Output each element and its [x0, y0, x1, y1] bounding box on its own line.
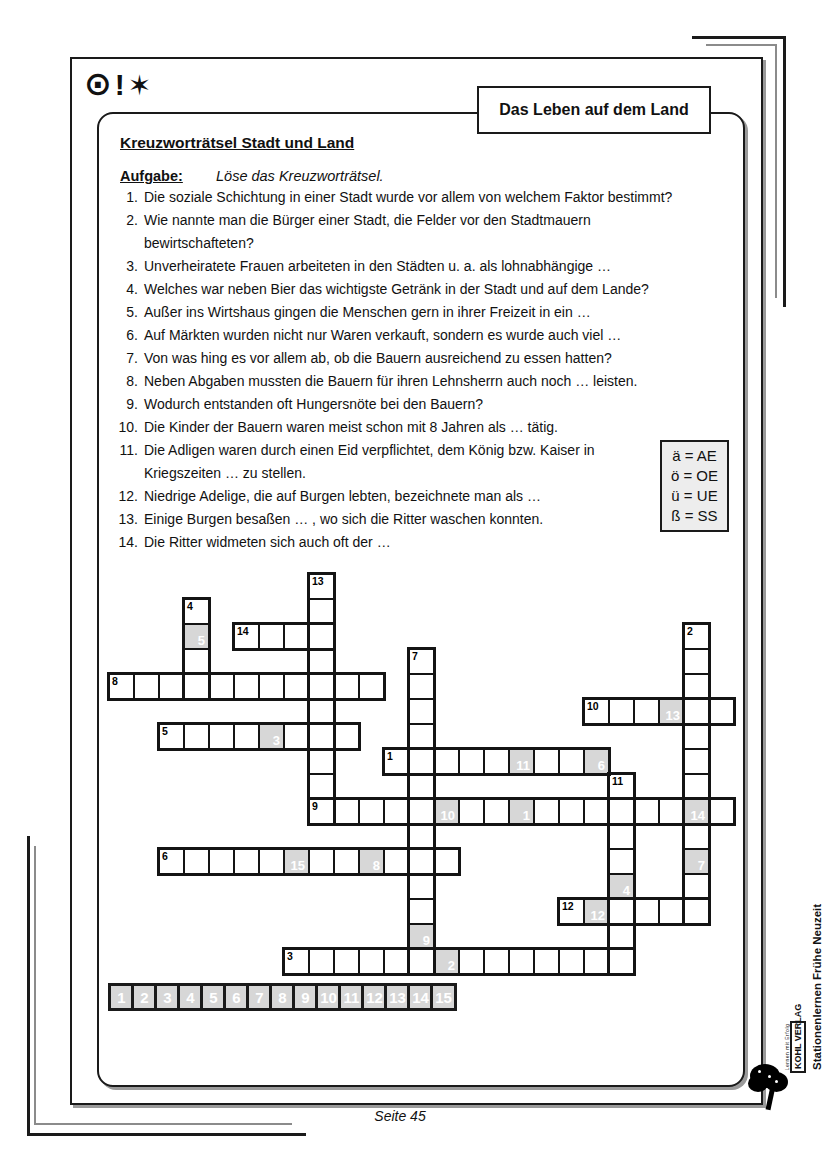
grid-cell — [433, 848, 460, 875]
clue-item: 12.Niedrige Adelige, die auf Burgen lebt… — [112, 485, 727, 508]
grid-cell — [233, 848, 260, 875]
grid-cell — [233, 673, 260, 700]
grid-cell: 14 — [683, 798, 710, 825]
worksheet-page: ⊙!✶ Das Leben auf dem Land Kreuzworträts… — [0, 0, 827, 1169]
grid-cell — [408, 873, 435, 900]
clue-item: 2.Wie nannte man die Bürger einer Stadt,… — [112, 209, 727, 232]
grid-cell — [683, 823, 710, 850]
grid-cell — [708, 798, 735, 825]
umlaut-legend: ä = AEö = OEü = UEß = SS — [660, 440, 729, 532]
grid-cell — [333, 848, 360, 875]
clue-item: 9.Wodurch entstanden oft Hungersnöte bei… — [112, 393, 727, 416]
clue-item: Kriegszeiten … zu stellen. — [112, 462, 727, 485]
clue-number-label: 12 — [562, 900, 574, 912]
solution-letter-number: 13 — [666, 708, 680, 723]
grid-cell — [358, 798, 385, 825]
umlaut-rule: ö = OE — [671, 466, 718, 486]
grid-cell — [458, 948, 485, 975]
grid-cell: 3 — [283, 948, 310, 975]
clue-item: bewirtschafteten? — [112, 232, 727, 255]
clue-item: 8.Neben Abgaben mussten die Bauern für i… — [112, 370, 727, 393]
grid-cell — [258, 623, 285, 650]
grid-cell — [308, 623, 335, 650]
grid-cell — [308, 698, 335, 725]
grid-cell: 1 — [383, 748, 410, 775]
grid-cell: 8 — [108, 673, 135, 700]
clue-number-label: 14 — [237, 625, 249, 637]
grid-cell — [158, 673, 185, 700]
grid-cell: 3 — [258, 723, 285, 750]
grid-cell: 10 — [433, 798, 460, 825]
clue-item: 4.Welches war neben Bier das wichtigste … — [112, 278, 727, 301]
grid-cell — [408, 948, 435, 975]
clue-item: 1.Die soziale Schichtung in einer Stadt … — [112, 186, 727, 209]
task-text: Löse das Kreuzworträtsel. — [216, 168, 384, 184]
grid-cell — [333, 948, 360, 975]
grid-cell — [633, 898, 660, 925]
clue-item: 7.Von was hing es vor allem ab, ob die B… — [112, 347, 727, 370]
solution-letter-number: 7 — [698, 858, 705, 873]
grid-cell: 12 — [583, 898, 610, 925]
grid-cell — [708, 698, 735, 725]
grid-cell — [308, 723, 335, 750]
grid-cell — [408, 748, 435, 775]
worksheet-title: Kreuzworträtsel Stadt und Land — [120, 134, 354, 152]
umlaut-rule: ä = AE — [672, 446, 717, 466]
grid-cell: 9 — [408, 923, 435, 950]
grid-cell — [208, 723, 235, 750]
grid-cell — [683, 898, 710, 925]
grid-cell — [608, 848, 635, 875]
grid-cell: 6 — [158, 848, 185, 875]
grid-cell — [408, 823, 435, 850]
grid-cell — [183, 673, 210, 700]
grid-cell — [308, 648, 335, 675]
solution-strip-cell: 15 — [430, 983, 457, 1011]
grid-cell — [558, 798, 585, 825]
grid-cell — [458, 748, 485, 775]
grid-cell — [383, 798, 410, 825]
grid-cell — [458, 798, 485, 825]
clue-number-label: 5 — [162, 725, 168, 737]
grid-cell — [683, 698, 710, 725]
clue-item: 3.Unverheiratete Frauen arbeiteten in de… — [112, 255, 727, 278]
grid-cell — [408, 773, 435, 800]
solution-letter-number: 2 — [448, 958, 455, 973]
grid-cell — [608, 923, 635, 950]
umlaut-rule: ü = UE — [671, 486, 717, 506]
grid-cell — [133, 673, 160, 700]
grid-cell: 7 — [683, 848, 710, 875]
grid-cell — [558, 748, 585, 775]
clue-number-label: 4 — [187, 600, 193, 612]
difficulty-icons: ⊙!✶ — [84, 64, 154, 103]
grid-cell: 10 — [583, 698, 610, 725]
grid-cell — [508, 948, 535, 975]
grid-cell — [308, 848, 335, 875]
star-icon: ✶ — [128, 70, 154, 101]
grid-cell — [683, 723, 710, 750]
grid-cell — [308, 598, 335, 625]
clue-item: 14.Die Ritter widmeten sich auch oft der… — [112, 531, 727, 554]
grid-cell — [333, 673, 360, 700]
task-row: Aufgabe:Löse das Kreuzworträtsel. — [120, 168, 384, 184]
grid-cell — [483, 748, 510, 775]
grid-cell — [683, 673, 710, 700]
solution-letter-number: 4 — [623, 883, 630, 898]
grid-cell — [583, 798, 610, 825]
grid-cell — [308, 748, 335, 775]
grid-cell — [608, 823, 635, 850]
circled-dot-icon: ⊙ — [84, 65, 115, 102]
grid-cell — [383, 948, 410, 975]
publisher-tagline: Lernen mit Erfolg — [784, 1021, 790, 1073]
clue-number-label: 6 — [162, 850, 168, 862]
grid-cell — [308, 773, 335, 800]
solution-letter-number: 9 — [423, 933, 430, 948]
solution-letter-number: 6 — [598, 758, 605, 773]
task-label: Aufgabe: — [120, 168, 216, 184]
grid-cell — [608, 898, 635, 925]
crossword-grid: 1481013531116910114615812123213452779114 — [108, 573, 748, 993]
grid-cell: 6 — [583, 748, 610, 775]
grid-cell — [658, 898, 685, 925]
grid-cell — [683, 648, 710, 675]
clue-item: 11.Die Adligen waren durch einen Eid ver… — [112, 439, 727, 462]
grid-cell — [533, 748, 560, 775]
clue-number-label: 11 — [612, 775, 623, 787]
grid-cell — [358, 673, 385, 700]
grid-cell — [283, 623, 310, 650]
grid-cell — [408, 698, 435, 725]
grid-cell — [533, 948, 560, 975]
clue-number-label: 13 — [312, 575, 324, 587]
grid-cell — [608, 698, 635, 725]
solution-letter-number: 8 — [373, 858, 380, 873]
grid-cell: 4 — [183, 598, 210, 625]
clue-number-label: 1 — [387, 750, 393, 762]
grid-cell — [258, 848, 285, 875]
solution-letter-number: 15 — [291, 858, 305, 873]
solution-letter-number: 3 — [273, 733, 280, 748]
grid-cell — [183, 648, 210, 675]
grid-cell — [408, 673, 435, 700]
grid-cell — [683, 748, 710, 775]
grid-cell — [408, 798, 435, 825]
grid-cell: 8 — [358, 848, 385, 875]
grid-cell — [483, 948, 510, 975]
grid-cell — [408, 723, 435, 750]
grid-cell: 14 — [233, 623, 260, 650]
publisher-label: Lernen mit Erfolg KOHL VERLAG — [784, 1021, 806, 1073]
grid-cell — [483, 798, 510, 825]
grid-cell — [283, 673, 310, 700]
publisher-name: KOHL VERLAG — [790, 1021, 806, 1073]
clue-number-label: 3 — [287, 950, 293, 962]
page-number: Seite 45 — [330, 1108, 470, 1124]
grid-cell: 11 — [508, 748, 535, 775]
clue-item: 13.Einige Burgen besaßen … , wo sich die… — [112, 508, 727, 531]
grid-cell — [408, 898, 435, 925]
umlaut-rule: ß = SS — [671, 506, 717, 526]
solution-letter-number: 10 — [441, 808, 455, 823]
grid-cell: 12 — [558, 898, 585, 925]
grid-cell — [183, 848, 210, 875]
grid-cell — [583, 948, 610, 975]
grid-cell: 2 — [433, 948, 460, 975]
solution-letter-number: 5 — [198, 633, 205, 648]
grid-cell: 9 — [308, 798, 335, 825]
grid-cell — [208, 673, 235, 700]
grid-cell — [208, 848, 235, 875]
grid-cell: 11 — [608, 773, 635, 800]
grid-cell — [558, 948, 585, 975]
grid-cell — [658, 798, 685, 825]
grid-cell — [383, 848, 410, 875]
grid-cell: 4 — [608, 873, 635, 900]
grid-cell — [408, 848, 435, 875]
grid-cell: 5 — [158, 723, 185, 750]
grid-cell — [683, 773, 710, 800]
clue-number-label: 9 — [312, 800, 318, 812]
grid-cell — [258, 673, 285, 700]
topic-box: Das Leben auf dem Land — [477, 86, 711, 134]
clue-number-label: 8 — [112, 675, 118, 687]
grid-cell: 7 — [408, 648, 435, 675]
grid-cell — [183, 723, 210, 750]
grid-cell — [358, 948, 385, 975]
grid-cell — [633, 798, 660, 825]
grid-cell — [633, 698, 660, 725]
solution-letter-number: 12 — [591, 908, 605, 923]
solution-letter-number: 14 — [691, 808, 705, 823]
grid-cell: 5 — [183, 623, 210, 650]
clue-item: 6.Auf Märkten wurden nicht nur Waren ver… — [112, 324, 727, 347]
grid-cell — [233, 723, 260, 750]
clue-number-label: 10 — [587, 700, 599, 712]
grid-cell — [608, 798, 635, 825]
grid-cell — [533, 798, 560, 825]
grid-cell — [333, 723, 360, 750]
grid-cell — [683, 873, 710, 900]
grid-cell: 13 — [658, 698, 685, 725]
publisher-logo: Lernen mit Erfolg KOHL VERLAG — [745, 1020, 825, 1120]
exclamation-icon: ! — [115, 68, 128, 101]
grid-cell: 2 — [683, 623, 710, 650]
grid-cell — [608, 948, 635, 975]
grid-cell — [308, 673, 335, 700]
grid-cell: 13 — [308, 573, 335, 600]
clue-number-label: 2 — [687, 625, 693, 637]
clue-list: 1.Die soziale Schichtung in einer Stadt … — [112, 186, 727, 554]
clue-item: 5.Außer ins Wirtshaus gingen die Mensche… — [112, 301, 727, 324]
solution-letter-number: 11 — [516, 758, 530, 773]
grid-cell: 1 — [508, 798, 535, 825]
clue-item: 10.Die Kinder der Bauern waren meist sch… — [112, 416, 727, 439]
grid-cell — [333, 798, 360, 825]
solution-letter-number: 1 — [523, 808, 530, 823]
grid-cell — [433, 748, 460, 775]
grid-cell — [308, 948, 335, 975]
clue-number-label: 7 — [412, 650, 418, 662]
grid-cell: 15 — [283, 848, 310, 875]
grid-cell — [283, 723, 310, 750]
